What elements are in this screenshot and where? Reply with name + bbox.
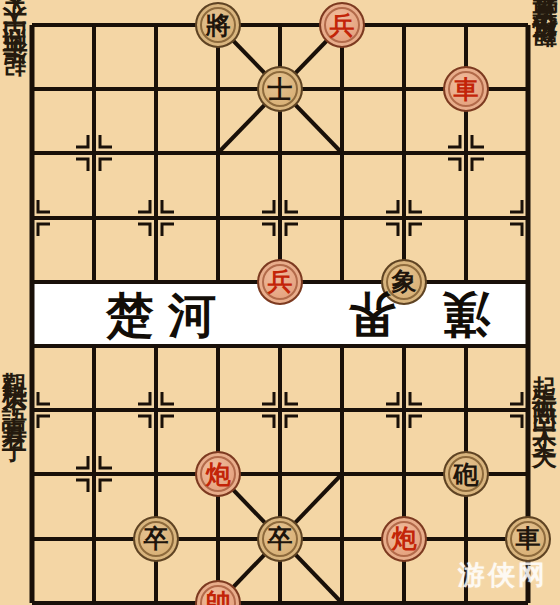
side-text-right-bottom: 起手無回大丈夫 (532, 356, 557, 433)
piece-red-soldier[interactable]: 兵 (257, 259, 303, 305)
piece-red-general[interactable]: 帥 (195, 580, 241, 605)
piece-red-cannon[interactable]: 炮 (195, 451, 241, 497)
xiangqi-board: 將兵士車兵象炮砲卒卒炮車帥 楚河 漢界 起手無回大丈夫 觀棋不語真君子 觀棋不語… (0, 0, 560, 605)
piece-red-chariot[interactable]: 車 (443, 66, 489, 112)
side-text-left-top-rotated: 起手無回大丈夫 (2, 20, 27, 97)
piece-black-general[interactable]: 將 (195, 2, 241, 48)
watermark: 游侠网 (458, 557, 548, 593)
piece-black-soldier[interactable]: 卒 (133, 516, 179, 562)
piece-black-advisor[interactable]: 士 (257, 66, 303, 112)
piece-red-cannon[interactable]: 炮 (381, 516, 427, 562)
piece-black-chariot[interactable]: 車 (505, 516, 551, 562)
piece-black-cannon[interactable]: 砲 (443, 451, 489, 497)
side-text-left-bottom: 觀棋不語真君子 (2, 352, 27, 429)
river-text-han-jie-rotated: 漢界 (318, 290, 490, 338)
piece-red-soldier[interactable]: 兵 (319, 2, 365, 48)
river-text-chu-he: 楚河 (106, 292, 230, 340)
side-text-right-top-rotated: 觀棋不語真君子 (532, 26, 557, 68)
piece-black-soldier[interactable]: 卒 (257, 516, 303, 562)
